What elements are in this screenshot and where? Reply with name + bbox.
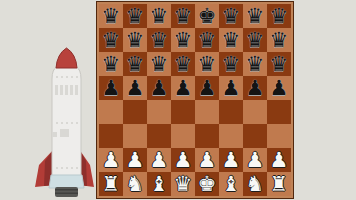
square-d2[interactable]: ♟ xyxy=(171,148,195,172)
square-a8[interactable]: ♛ xyxy=(99,4,123,28)
square-d4[interactable] xyxy=(171,100,195,124)
black-queen: ♛ xyxy=(102,30,121,51)
square-h1[interactable]: ♜ xyxy=(267,172,291,196)
square-e1[interactable]: ♚ xyxy=(195,172,219,196)
square-f2[interactable]: ♟ xyxy=(219,148,243,172)
white-queen: ♛ xyxy=(174,174,193,195)
square-b4[interactable] xyxy=(123,100,147,124)
square-h4[interactable] xyxy=(267,100,291,124)
square-h5[interactable]: ♟ xyxy=(267,76,291,100)
square-g3[interactable] xyxy=(243,124,267,148)
black-pawn: ♟ xyxy=(198,78,217,99)
square-e3[interactable] xyxy=(195,124,219,148)
black-queen: ♛ xyxy=(270,54,289,75)
white-pawn: ♟ xyxy=(174,150,193,171)
square-b5[interactable]: ♟ xyxy=(123,76,147,100)
square-c3[interactable] xyxy=(147,124,171,148)
square-f6[interactable]: ♛ xyxy=(219,52,243,76)
square-c4[interactable] xyxy=(147,100,171,124)
square-b1[interactable]: ♞ xyxy=(123,172,147,196)
square-b2[interactable]: ♟ xyxy=(123,148,147,172)
black-queen: ♛ xyxy=(126,30,145,51)
black-pawn: ♟ xyxy=(174,78,193,99)
white-rook: ♜ xyxy=(102,174,121,195)
square-g4[interactable] xyxy=(243,100,267,124)
white-bishop: ♝ xyxy=(150,174,169,195)
square-d3[interactable] xyxy=(171,124,195,148)
screen: ♛♛♛♛♚♛♛♛♛♛♛♛♛♛♛♛♛♛♛♛♛♛♛♛♟♟♟♟♟♟♟♟♟♟♟♟♟♟♟♟… xyxy=(0,0,356,200)
rocket-nose-cone xyxy=(56,48,77,68)
square-a4[interactable] xyxy=(99,100,123,124)
square-c6[interactable]: ♛ xyxy=(147,52,171,76)
square-c5[interactable]: ♟ xyxy=(147,76,171,100)
square-a1[interactable]: ♜ xyxy=(99,172,123,196)
square-a5[interactable]: ♟ xyxy=(99,76,123,100)
square-c1[interactable]: ♝ xyxy=(147,172,171,196)
rocket-body xyxy=(52,67,81,177)
square-h2[interactable]: ♟ xyxy=(267,148,291,172)
square-h7[interactable]: ♛ xyxy=(267,28,291,52)
rocket-patch xyxy=(60,129,69,137)
white-pawn: ♟ xyxy=(222,150,241,171)
square-h3[interactable] xyxy=(267,124,291,148)
square-d5[interactable]: ♟ xyxy=(171,76,195,100)
square-b7[interactable]: ♛ xyxy=(123,28,147,52)
chess-board: ♛♛♛♛♚♛♛♛♛♛♛♛♛♛♛♛♛♛♛♛♛♛♛♛♟♟♟♟♟♟♟♟♟♟♟♟♟♟♟♟… xyxy=(97,2,293,198)
black-queen: ♛ xyxy=(150,30,169,51)
black-queen: ♛ xyxy=(126,54,145,75)
white-knight: ♞ xyxy=(126,174,145,195)
square-b3[interactable] xyxy=(123,124,147,148)
black-queen: ♛ xyxy=(246,54,265,75)
square-d1[interactable]: ♛ xyxy=(171,172,195,196)
square-h8[interactable]: ♛ xyxy=(267,4,291,28)
black-queen: ♛ xyxy=(174,54,193,75)
black-queen: ♛ xyxy=(198,54,217,75)
square-f1[interactable]: ♝ xyxy=(219,172,243,196)
square-e7[interactable]: ♛ xyxy=(195,28,219,52)
black-queen: ♛ xyxy=(102,54,121,75)
square-e2[interactable]: ♟ xyxy=(195,148,219,172)
black-queen: ♛ xyxy=(270,30,289,51)
black-pawn: ♟ xyxy=(126,78,145,99)
black-queen: ♛ xyxy=(174,6,193,27)
black-queen: ♛ xyxy=(102,6,121,27)
square-g1[interactable]: ♞ xyxy=(243,172,267,196)
black-king: ♚ xyxy=(198,6,217,27)
square-c7[interactable]: ♛ xyxy=(147,28,171,52)
white-knight: ♞ xyxy=(246,174,265,195)
black-pawn: ♟ xyxy=(270,78,289,99)
square-g8[interactable]: ♛ xyxy=(243,4,267,28)
square-b6[interactable]: ♛ xyxy=(123,52,147,76)
white-pawn: ♟ xyxy=(246,150,265,171)
black-pawn: ♟ xyxy=(150,78,169,99)
square-f4[interactable] xyxy=(219,100,243,124)
square-b8[interactable]: ♛ xyxy=(123,4,147,28)
black-queen: ♛ xyxy=(222,30,241,51)
rocket-nozzle xyxy=(55,187,78,197)
square-e4[interactable] xyxy=(195,100,219,124)
black-pawn: ♟ xyxy=(222,78,241,99)
rocket-skirt xyxy=(49,175,84,188)
square-f3[interactable] xyxy=(219,124,243,148)
white-pawn: ♟ xyxy=(198,150,217,171)
square-g6[interactable]: ♛ xyxy=(243,52,267,76)
white-pawn: ♟ xyxy=(102,150,121,171)
black-queen: ♛ xyxy=(150,6,169,27)
square-e6[interactable]: ♛ xyxy=(195,52,219,76)
white-pawn: ♟ xyxy=(270,150,289,171)
rocket-patch-small xyxy=(52,132,57,137)
square-f7[interactable]: ♛ xyxy=(219,28,243,52)
square-d6[interactable]: ♛ xyxy=(171,52,195,76)
black-queen: ♛ xyxy=(126,6,145,27)
square-c8[interactable]: ♛ xyxy=(147,4,171,28)
black-queen: ♛ xyxy=(246,30,265,51)
black-queen: ♛ xyxy=(246,6,265,27)
square-g2[interactable]: ♟ xyxy=(243,148,267,172)
black-queen: ♛ xyxy=(222,6,241,27)
black-pawn: ♟ xyxy=(102,78,121,99)
square-d7[interactable]: ♛ xyxy=(171,28,195,52)
square-a7[interactable]: ♛ xyxy=(99,28,123,52)
white-pawn: ♟ xyxy=(150,150,169,171)
square-h6[interactable]: ♛ xyxy=(267,52,291,76)
square-a3[interactable] xyxy=(99,124,123,148)
square-e8[interactable]: ♚ xyxy=(195,4,219,28)
square-f8[interactable]: ♛ xyxy=(219,4,243,28)
black-queen: ♛ xyxy=(198,30,217,51)
white-rook: ♜ xyxy=(270,174,289,195)
square-a2[interactable]: ♟ xyxy=(99,148,123,172)
white-king: ♚ xyxy=(198,174,217,195)
rocket-illustration xyxy=(30,45,98,198)
black-queen: ♛ xyxy=(174,30,193,51)
square-f5[interactable]: ♟ xyxy=(219,76,243,100)
black-queen: ♛ xyxy=(222,54,241,75)
white-pawn: ♟ xyxy=(126,150,145,171)
square-e5[interactable]: ♟ xyxy=(195,76,219,100)
white-bishop: ♝ xyxy=(222,174,241,195)
square-d8[interactable]: ♛ xyxy=(171,4,195,28)
black-queen: ♛ xyxy=(270,6,289,27)
square-c2[interactable]: ♟ xyxy=(147,148,171,172)
square-g7[interactable]: ♛ xyxy=(243,28,267,52)
square-g5[interactable]: ♟ xyxy=(243,76,267,100)
black-queen: ♛ xyxy=(150,54,169,75)
black-pawn: ♟ xyxy=(246,78,265,99)
square-a6[interactable]: ♛ xyxy=(99,52,123,76)
